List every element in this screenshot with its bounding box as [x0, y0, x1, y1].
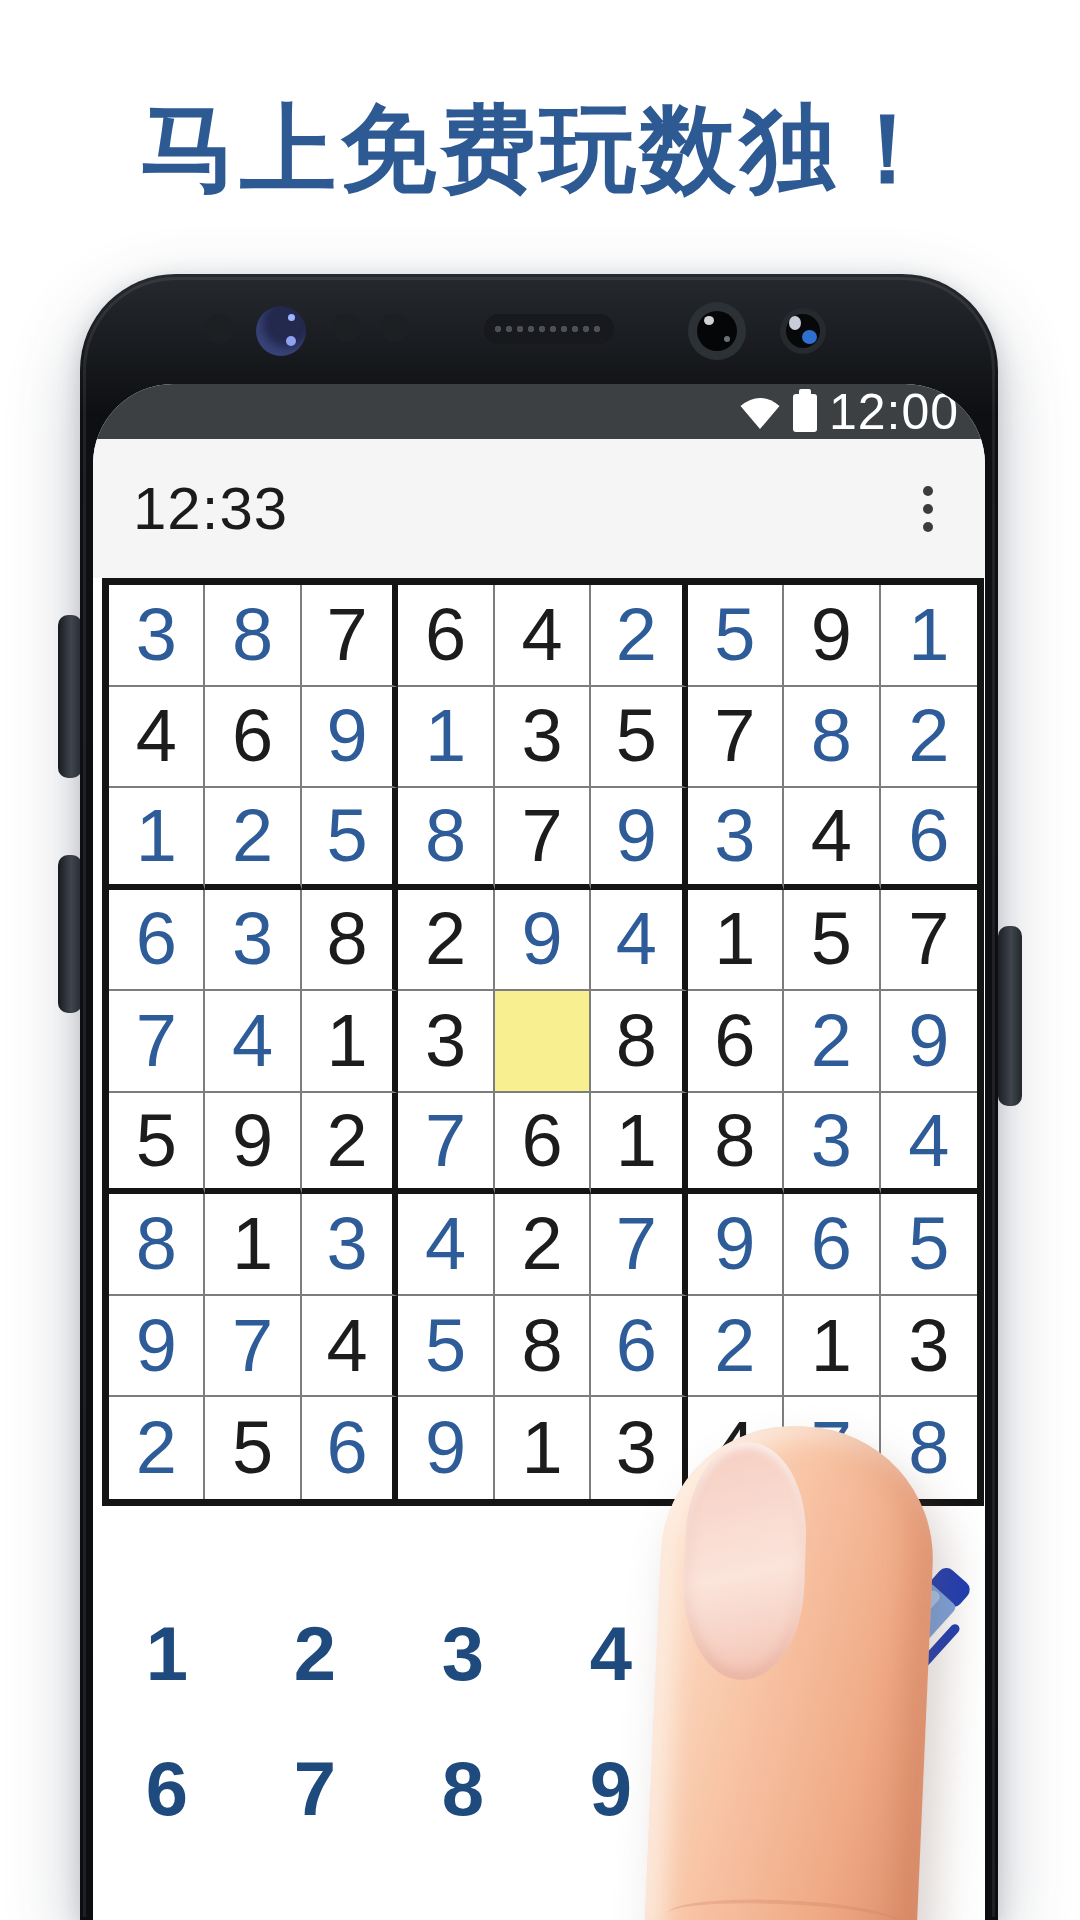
sudoku-cell-r9c3[interactable]: 6	[302, 1397, 398, 1499]
sudoku-cell-r6c3[interactable]: 2	[302, 1093, 398, 1195]
sudoku-cell-r9c4[interactable]: 9	[398, 1397, 494, 1499]
numpad-key-1[interactable]: 1	[93, 1596, 241, 1712]
sudoku-cell-r6c9[interactable]: 4	[881, 1093, 977, 1195]
sudoku-cell-r1c5[interactable]: 4	[495, 585, 591, 687]
sudoku-cell-r4c5[interactable]: 9	[495, 890, 591, 992]
sudoku-cell-r4c8[interactable]: 5	[784, 890, 880, 992]
sudoku-cell-r2c1[interactable]: 4	[109, 687, 205, 789]
sudoku-cell-r6c8[interactable]: 3	[784, 1093, 880, 1195]
sudoku-cell-r5c6[interactable]: 8	[591, 991, 687, 1093]
sudoku-cell-r4c4[interactable]: 2	[398, 890, 494, 992]
sudoku-cell-r3c1[interactable]: 1	[109, 788, 205, 890]
sudoku-cell-r1c8[interactable]: 9	[784, 585, 880, 687]
sudoku-cell-r1c7[interactable]: 5	[688, 585, 784, 687]
proximity-sensor-icon	[204, 314, 234, 344]
sudoku-cell-r1c1[interactable]: 3	[109, 585, 205, 687]
numpad-key-4[interactable]: 4	[537, 1596, 685, 1712]
sudoku-cell-r9c2[interactable]: 5	[205, 1397, 301, 1499]
status-clock: 12:00	[829, 384, 959, 441]
sudoku-cell-r6c4[interactable]: 7	[398, 1093, 494, 1195]
numpad-row-1: 1234	[93, 1596, 685, 1712]
sudoku-cell-r6c6[interactable]: 1	[591, 1093, 687, 1195]
sudoku-cell-r3c7[interactable]: 3	[688, 788, 784, 890]
phone-frame: 12:00 12:33 3876425914691357821258793466…	[80, 274, 998, 1920]
sudoku-cell-r7c8[interactable]: 6	[784, 1194, 880, 1296]
front-camera-secondary-icon	[780, 308, 826, 354]
iris-camera-icon	[256, 306, 306, 356]
sudoku-cell-r7c2[interactable]: 1	[205, 1194, 301, 1296]
sudoku-cell-r4c2[interactable]: 3	[205, 890, 301, 992]
sudoku-cell-r8c8[interactable]: 1	[784, 1296, 880, 1398]
sudoku-cell-r9c9[interactable]: 8	[881, 1397, 977, 1499]
volume-down-button[interactable]	[58, 855, 82, 1013]
phone-screen: 12:00 12:33 3876425914691357821258793466…	[93, 384, 985, 1920]
sudoku-cell-r5c2[interactable]: 4	[205, 991, 301, 1093]
sudoku-cell-r4c6[interactable]: 4	[591, 890, 687, 992]
sudoku-cell-r8c1[interactable]: 9	[109, 1296, 205, 1398]
sudoku-cell-r8c9[interactable]: 3	[881, 1296, 977, 1398]
sudoku-cell-r6c5[interactable]: 6	[495, 1093, 591, 1195]
sudoku-cell-r1c4[interactable]: 6	[398, 585, 494, 687]
numpad-key-7[interactable]: 7	[241, 1731, 389, 1847]
sudoku-cell-r2c8[interactable]: 8	[784, 687, 880, 789]
sudoku-cell-r9c1[interactable]: 2	[109, 1397, 205, 1499]
sudoku-cell-r2c9[interactable]: 2	[881, 687, 977, 789]
sudoku-cell-r5c5[interactable]	[495, 991, 591, 1093]
numpad-key-6[interactable]: 6	[93, 1731, 241, 1847]
sudoku-cell-r7c9[interactable]: 5	[881, 1194, 977, 1296]
sudoku-cell-r8c2[interactable]: 7	[205, 1296, 301, 1398]
volume-up-button[interactable]	[58, 615, 82, 778]
front-camera-icon	[688, 302, 746, 360]
status-bar: 12:00	[93, 384, 985, 439]
sudoku-cell-r3c4[interactable]: 8	[398, 788, 494, 890]
kebab-menu-icon[interactable]	[923, 486, 933, 532]
sudoku-cell-r6c1[interactable]: 5	[109, 1093, 205, 1195]
sudoku-cell-r9c6[interactable]: 3	[591, 1397, 687, 1499]
sudoku-cell-r2c4[interactable]: 1	[398, 687, 494, 789]
sudoku-cell-r3c5[interactable]: 7	[495, 788, 591, 890]
sudoku-cell-r8c4[interactable]: 5	[398, 1296, 494, 1398]
numpad-key-2[interactable]: 2	[241, 1596, 389, 1712]
sudoku-cell-r1c2[interactable]: 8	[205, 585, 301, 687]
sudoku-cell-r5c4[interactable]: 3	[398, 991, 494, 1093]
sudoku-cell-r1c3[interactable]: 7	[302, 585, 398, 687]
sudoku-cell-r3c2[interactable]: 2	[205, 788, 301, 890]
earpiece-speaker	[484, 314, 614, 344]
sudoku-cell-r5c8[interactable]: 2	[784, 991, 880, 1093]
sudoku-cell-r7c6[interactable]: 7	[591, 1194, 687, 1296]
game-toolbar: 12:33	[93, 439, 985, 578]
sudoku-cell-r6c7[interactable]: 8	[688, 1093, 784, 1195]
sudoku-cell-r8c6[interactable]: 6	[591, 1296, 687, 1398]
numpad-key-3[interactable]: 3	[389, 1596, 537, 1712]
wifi-icon	[739, 394, 781, 430]
sudoku-cell-r1c6[interactable]: 2	[591, 585, 687, 687]
sudoku-cell-r8c5[interactable]: 8	[495, 1296, 591, 1398]
pen-icon[interactable]	[819, 1534, 979, 1754]
sudoku-cell-r5c1[interactable]: 7	[109, 991, 205, 1093]
sudoku-cell-r7c3[interactable]: 3	[302, 1194, 398, 1296]
sudoku-board: 3876425914691357821258793466382941577413…	[102, 578, 984, 1506]
sudoku-cell-r9c5[interactable]: 1	[495, 1397, 591, 1499]
sudoku-cell-r2c7[interactable]: 7	[688, 687, 784, 789]
sudoku-cell-r4c7[interactable]: 1	[688, 890, 784, 992]
sudoku-cell-r9c7[interactable]: 4	[688, 1397, 784, 1499]
sudoku-cell-r3c3[interactable]: 5	[302, 788, 398, 890]
sudoku-cell-r6c2[interactable]: 9	[205, 1093, 301, 1195]
sudoku-cell-r5c9[interactable]: 9	[881, 991, 977, 1093]
sudoku-cell-r2c2[interactable]: 6	[205, 687, 301, 789]
sudoku-cell-r5c7[interactable]: 6	[688, 991, 784, 1093]
sudoku-cell-r3c8[interactable]: 4	[784, 788, 880, 890]
sensor-dot-icon	[380, 314, 408, 342]
sudoku-cell-r9c8[interactable]: 7	[784, 1397, 880, 1499]
sudoku-cell-r5c3[interactable]: 1	[302, 991, 398, 1093]
numpad-key-9[interactable]: 9	[537, 1731, 685, 1847]
sudoku-cell-r2c6[interactable]: 5	[591, 687, 687, 789]
power-button[interactable]	[998, 926, 1022, 1106]
sudoku-cell-r4c9[interactable]: 7	[881, 890, 977, 992]
sudoku-cell-r7c1[interactable]: 8	[109, 1194, 205, 1296]
sudoku-cell-r4c3[interactable]: 8	[302, 890, 398, 992]
sudoku-cell-r8c3[interactable]: 4	[302, 1296, 398, 1398]
page-title: 马上免费玩数独！	[0, 86, 1080, 216]
sudoku-cell-r4c1[interactable]: 6	[109, 890, 205, 992]
sudoku-cell-r2c5[interactable]: 3	[495, 687, 591, 789]
sudoku-cell-r7c7[interactable]: 9	[688, 1194, 784, 1296]
sudoku-cell-r7c4[interactable]: 4	[398, 1194, 494, 1296]
battery-icon	[793, 394, 817, 432]
sudoku-cell-r2c3[interactable]: 9	[302, 687, 398, 789]
sudoku-cell-r8c7[interactable]: 2	[688, 1296, 784, 1398]
sudoku-cell-r3c6[interactable]: 9	[591, 788, 687, 890]
sensor-dot-icon	[332, 314, 360, 342]
sudoku-cell-r7c5[interactable]: 2	[495, 1194, 591, 1296]
numpad-row-2: 6789	[93, 1731, 685, 1847]
sudoku-cell-r1c9[interactable]: 1	[881, 585, 977, 687]
numpad-key-8[interactable]: 8	[389, 1731, 537, 1847]
game-timer: 12:33	[133, 474, 288, 543]
sudoku-cell-r3c9[interactable]: 6	[881, 788, 977, 890]
